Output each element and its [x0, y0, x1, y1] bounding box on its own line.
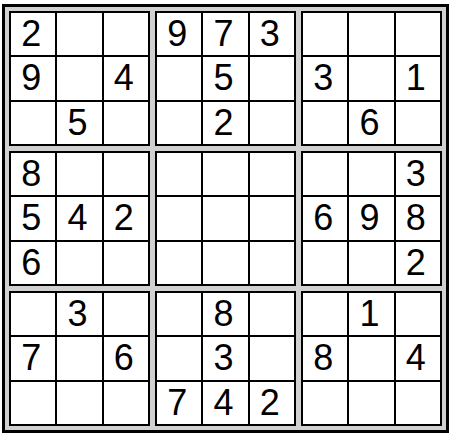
- cell-r9c7[interactable]: [303, 382, 347, 424]
- cell-r1c3[interactable]: [104, 13, 148, 55]
- given-digit: 5: [67, 105, 87, 141]
- cell-r4c2[interactable]: [57, 153, 101, 195]
- cell-r6c2[interactable]: [57, 242, 101, 284]
- cell-r7c6[interactable]: [250, 293, 294, 335]
- given-digit: 7: [213, 16, 233, 52]
- given-digit: 2: [21, 16, 41, 52]
- sudoku-box-1-3: 316: [301, 11, 442, 146]
- cell-r9c9[interactable]: [396, 382, 440, 424]
- cell-r8c1[interactable]: 7: [11, 337, 55, 379]
- cell-r1c2[interactable]: [57, 13, 101, 55]
- cell-r9c5[interactable]: 4: [203, 382, 247, 424]
- cell-r8c6[interactable]: [250, 337, 294, 379]
- cell-r4c9[interactable]: 3: [396, 153, 440, 195]
- given-digit: 9: [359, 200, 379, 236]
- cell-r1c8[interactable]: [349, 13, 393, 55]
- cell-r2c3[interactable]: 4: [104, 57, 148, 99]
- given-digit: 3: [260, 16, 280, 52]
- cell-r5c7[interactable]: 6: [303, 197, 347, 239]
- cell-r4c8[interactable]: [349, 153, 393, 195]
- given-digit: 8: [21, 156, 41, 192]
- cell-r9c4[interactable]: 7: [157, 382, 201, 424]
- cell-r9c3[interactable]: [104, 382, 148, 424]
- cell-r2c2[interactable]: [57, 57, 101, 99]
- cell-r2c5[interactable]: 5: [203, 57, 247, 99]
- cell-r8c8[interactable]: [349, 337, 393, 379]
- sudoku-box-3-1: 376: [9, 291, 150, 426]
- cell-r4c3[interactable]: [104, 153, 148, 195]
- given-digit: 1: [359, 296, 379, 332]
- sudoku-board: 294597352316854263698237683742184: [2, 4, 449, 433]
- cell-r5c5[interactable]: [203, 197, 247, 239]
- cell-r7c5[interactable]: 8: [203, 293, 247, 335]
- cell-r6c9[interactable]: 2: [396, 242, 440, 284]
- cell-r3c5[interactable]: 2: [203, 102, 247, 144]
- given-digit: 6: [114, 340, 134, 376]
- cell-r4c1[interactable]: 8: [11, 153, 55, 195]
- cell-r4c6[interactable]: [250, 153, 294, 195]
- sudoku-box-3-2: 83742: [155, 291, 296, 426]
- cell-r6c8[interactable]: [349, 242, 393, 284]
- cell-r4c4[interactable]: [157, 153, 201, 195]
- given-digit: 7: [21, 340, 41, 376]
- cell-r6c5[interactable]: [203, 242, 247, 284]
- cell-r5c3[interactable]: 2: [104, 197, 148, 239]
- cell-r2c1[interactable]: 9: [11, 57, 55, 99]
- cell-r8c5[interactable]: 3: [203, 337, 247, 379]
- cell-r7c7[interactable]: [303, 293, 347, 335]
- cell-r3c4[interactable]: [157, 102, 201, 144]
- cell-r5c4[interactable]: [157, 197, 201, 239]
- given-digit: 8: [406, 200, 426, 236]
- cell-r2c9[interactable]: 1: [396, 57, 440, 99]
- sudoku-box-3-3: 184: [301, 291, 442, 426]
- cell-r7c8[interactable]: 1: [349, 293, 393, 335]
- cell-r5c9[interactable]: 8: [396, 197, 440, 239]
- cell-r6c6[interactable]: [250, 242, 294, 284]
- cell-r1c6[interactable]: 3: [250, 13, 294, 55]
- cell-r3c3[interactable]: [104, 102, 148, 144]
- cell-r9c1[interactable]: [11, 382, 55, 424]
- cell-r5c6[interactable]: [250, 197, 294, 239]
- sudoku-box-2-3: 36982: [301, 151, 442, 286]
- cell-r5c1[interactable]: 5: [11, 197, 55, 239]
- cell-r3c6[interactable]: [250, 102, 294, 144]
- sudoku-box-1-1: 2945: [9, 11, 150, 146]
- cell-r2c6[interactable]: [250, 57, 294, 99]
- cell-r6c1[interactable]: 6: [11, 242, 55, 284]
- cell-r8c2[interactable]: [57, 337, 101, 379]
- given-digit: 5: [21, 200, 41, 236]
- sudoku-box-1-2: 97352: [155, 11, 296, 146]
- given-digit: 3: [406, 156, 426, 192]
- cell-r2c7[interactable]: 3: [303, 57, 347, 99]
- given-digit: 8: [213, 296, 233, 332]
- given-digit: 2: [260, 385, 280, 421]
- cell-r9c8[interactable]: [349, 382, 393, 424]
- cell-r1c5[interactable]: 7: [203, 13, 247, 55]
- given-digit: 4: [213, 385, 233, 421]
- cell-r8c3[interactable]: 6: [104, 337, 148, 379]
- given-digit: 6: [313, 200, 333, 236]
- cell-r7c1[interactable]: [11, 293, 55, 335]
- given-digit: 7: [167, 385, 187, 421]
- cell-r8c9[interactable]: 4: [396, 337, 440, 379]
- cell-r9c6[interactable]: 2: [250, 382, 294, 424]
- cell-r6c4[interactable]: [157, 242, 201, 284]
- sudoku-page: 294597352316854263698237683742184: [0, 0, 453, 437]
- given-digit: 6: [359, 105, 379, 141]
- cell-r6c3[interactable]: [104, 242, 148, 284]
- given-digit: 8: [313, 340, 333, 376]
- given-digit: 2: [213, 105, 233, 141]
- cell-r9c2[interactable]: [57, 382, 101, 424]
- cell-r2c8[interactable]: [349, 57, 393, 99]
- sudoku-box-2-2: [155, 151, 296, 286]
- given-digit: 9: [21, 60, 41, 96]
- given-digit: 4: [67, 200, 87, 236]
- cell-r6c7[interactable]: [303, 242, 347, 284]
- cell-r3c2[interactable]: 5: [57, 102, 101, 144]
- given-digit: 6: [21, 245, 41, 281]
- cell-r4c7[interactable]: [303, 153, 347, 195]
- given-digit: 5: [213, 60, 233, 96]
- cell-r3c7[interactable]: [303, 102, 347, 144]
- cell-r1c4[interactable]: 9: [157, 13, 201, 55]
- cell-r7c2[interactable]: 3: [57, 293, 101, 335]
- cell-r3c8[interactable]: 6: [349, 102, 393, 144]
- given-digit: 4: [406, 340, 426, 376]
- cell-r3c1[interactable]: [11, 102, 55, 144]
- cell-r7c9[interactable]: [396, 293, 440, 335]
- cell-r7c3[interactable]: [104, 293, 148, 335]
- given-digit: 1: [406, 60, 426, 96]
- cell-r3c9[interactable]: [396, 102, 440, 144]
- cell-r5c2[interactable]: 4: [57, 197, 101, 239]
- given-digit: 9: [167, 16, 187, 52]
- given-digit: 4: [114, 60, 134, 96]
- cell-r1c7[interactable]: [303, 13, 347, 55]
- given-digit: 3: [67, 296, 87, 332]
- cell-r4c5[interactable]: [203, 153, 247, 195]
- given-digit: 3: [213, 340, 233, 376]
- cell-r1c9[interactable]: [396, 13, 440, 55]
- cell-r1c1[interactable]: 2: [11, 13, 55, 55]
- cell-r5c8[interactable]: 9: [349, 197, 393, 239]
- cell-r8c4[interactable]: [157, 337, 201, 379]
- cell-r7c4[interactable]: [157, 293, 201, 335]
- given-digit: 2: [114, 200, 134, 236]
- cell-r8c7[interactable]: 8: [303, 337, 347, 379]
- cell-r2c4[interactable]: [157, 57, 201, 99]
- sudoku-box-2-1: 85426: [9, 151, 150, 286]
- given-digit: 2: [406, 245, 426, 281]
- given-digit: 3: [313, 60, 333, 96]
